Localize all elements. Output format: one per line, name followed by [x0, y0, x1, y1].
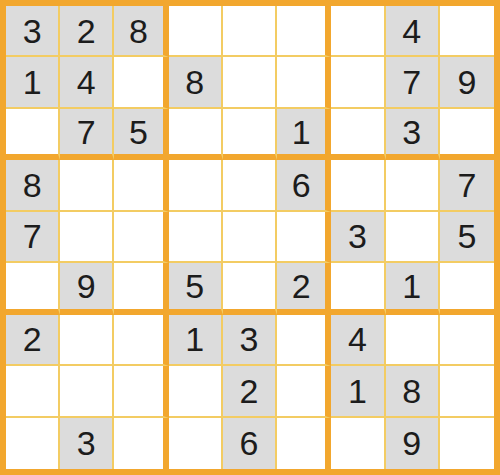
cell-r1c5[interactable]: [223, 6, 277, 57]
cell-r5c9[interactable]: 5: [440, 212, 494, 263]
cell-r4c9[interactable]: 7: [440, 160, 494, 211]
cell-r4c4[interactable]: [169, 160, 223, 211]
cell-value: 9: [457, 65, 476, 99]
cell-value: 4: [402, 14, 421, 48]
cell-r5c5[interactable]: [223, 212, 277, 263]
cell-value: 4: [77, 65, 96, 99]
cell-r7c6[interactable]: [277, 315, 331, 366]
cell-value: 8: [402, 374, 421, 408]
cell-value: 1: [292, 115, 311, 149]
cell-r6c2[interactable]: 9: [60, 263, 114, 314]
cell-r4c2[interactable]: [60, 160, 114, 211]
cell-r6c5[interactable]: [223, 263, 277, 314]
cell-r6c1[interactable]: [6, 263, 60, 314]
cell-r2c8[interactable]: 7: [386, 57, 440, 108]
cell-r9c9[interactable]: [440, 418, 494, 469]
cell-r6c7[interactable]: [331, 263, 385, 314]
cell-value: 2: [77, 14, 96, 48]
cell-r5c2[interactable]: [60, 212, 114, 263]
sudoku-board: 328414879751386773595212134218369: [0, 0, 500, 475]
cell-r8c7[interactable]: 1: [331, 366, 385, 417]
cell-r6c4[interactable]: 5: [169, 263, 223, 314]
cell-r8c9[interactable]: [440, 366, 494, 417]
cell-value: 6: [292, 168, 311, 202]
cell-r3c1[interactable]: [6, 109, 60, 160]
cell-r5c6[interactable]: [277, 212, 331, 263]
cell-r4c8[interactable]: [386, 160, 440, 211]
cell-r8c8[interactable]: 8: [386, 366, 440, 417]
cell-r2c4[interactable]: 8: [169, 57, 223, 108]
cell-r1c6[interactable]: [277, 6, 331, 57]
cell-r5c8[interactable]: [386, 212, 440, 263]
cell-r9c7[interactable]: [331, 418, 385, 469]
cell-r4c6[interactable]: 6: [277, 160, 331, 211]
cell-value: 3: [23, 14, 42, 48]
cell-value: 1: [23, 65, 42, 99]
cell-value: 1: [348, 374, 367, 408]
cell-value: 1: [185, 322, 204, 356]
cell-r1c2[interactable]: 2: [60, 6, 114, 57]
cell-r1c7[interactable]: [331, 6, 385, 57]
cell-r9c2[interactable]: 3: [60, 418, 114, 469]
cell-r8c5[interactable]: 2: [223, 366, 277, 417]
cell-r5c1[interactable]: 7: [6, 212, 60, 263]
cell-value: 8: [185, 65, 204, 99]
cell-r2c5[interactable]: [223, 57, 277, 108]
cell-r7c7[interactable]: 4: [331, 315, 385, 366]
cell-value: 8: [129, 14, 148, 48]
cell-value: 3: [348, 219, 367, 253]
cell-r9c5[interactable]: 6: [223, 418, 277, 469]
cell-r6c3[interactable]: [114, 263, 168, 314]
cell-r7c8[interactable]: [386, 315, 440, 366]
cell-r9c3[interactable]: [114, 418, 168, 469]
cell-r3c3[interactable]: 5: [114, 109, 168, 160]
cell-value: 8: [23, 168, 42, 202]
cell-r4c7[interactable]: [331, 160, 385, 211]
cell-value: 3: [402, 115, 421, 149]
cell-value: 6: [240, 426, 259, 460]
cell-r6c8[interactable]: 1: [386, 263, 440, 314]
cell-r3c2[interactable]: 7: [60, 109, 114, 160]
cell-value: 7: [23, 219, 42, 253]
cell-value: 1: [402, 269, 421, 303]
cell-r7c2[interactable]: [60, 315, 114, 366]
cell-value: 5: [185, 269, 204, 303]
cell-r7c3[interactable]: [114, 315, 168, 366]
cell-value: 5: [457, 219, 476, 253]
cell-value: 9: [77, 269, 96, 303]
cell-value: 2: [292, 269, 311, 303]
cell-r7c4[interactable]: 1: [169, 315, 223, 366]
cell-r5c7[interactable]: 3: [331, 212, 385, 263]
cell-r7c9[interactable]: [440, 315, 494, 366]
cell-r8c3[interactable]: [114, 366, 168, 417]
cell-value: 7: [457, 168, 476, 202]
cell-r9c6[interactable]: [277, 418, 331, 469]
cell-r3c4[interactable]: [169, 109, 223, 160]
cell-r3c8[interactable]: 3: [386, 109, 440, 160]
cell-r6c9[interactable]: [440, 263, 494, 314]
cell-r3c9[interactable]: [440, 109, 494, 160]
cell-value: 3: [77, 426, 96, 460]
cell-r2c3[interactable]: [114, 57, 168, 108]
cell-r4c5[interactable]: [223, 160, 277, 211]
cell-r8c6[interactable]: [277, 366, 331, 417]
cell-r3c7[interactable]: [331, 109, 385, 160]
cell-r5c4[interactable]: [169, 212, 223, 263]
cell-r9c1[interactable]: [6, 418, 60, 469]
cell-r4c1[interactable]: 8: [6, 160, 60, 211]
cell-r7c1[interactable]: 2: [6, 315, 60, 366]
cell-r3c5[interactable]: [223, 109, 277, 160]
cell-r2c1[interactable]: 1: [6, 57, 60, 108]
cell-r4c3[interactable]: [114, 160, 168, 211]
cell-r1c1[interactable]: 3: [6, 6, 60, 57]
cell-value: 5: [129, 115, 148, 149]
cell-value: 7: [77, 115, 96, 149]
cell-value: 4: [348, 322, 367, 356]
cell-r1c3[interactable]: 8: [114, 6, 168, 57]
cell-value: 7: [402, 65, 421, 99]
cell-value: 2: [240, 374, 259, 408]
cell-r7c5[interactable]: 3: [223, 315, 277, 366]
cell-r9c8[interactable]: 9: [386, 418, 440, 469]
cell-r8c1[interactable]: [6, 366, 60, 417]
cell-r6c6[interactable]: 2: [277, 263, 331, 314]
cell-r1c9[interactable]: [440, 6, 494, 57]
cell-r8c2[interactable]: [60, 366, 114, 417]
cell-r1c8[interactable]: 4: [386, 6, 440, 57]
cell-value: 9: [402, 426, 421, 460]
cell-r2c9[interactable]: 9: [440, 57, 494, 108]
cell-r2c7[interactable]: [331, 57, 385, 108]
cell-r5c3[interactable]: [114, 212, 168, 263]
cell-r2c2[interactable]: 4: [60, 57, 114, 108]
cell-r1c4[interactable]: [169, 6, 223, 57]
cell-r2c6[interactable]: [277, 57, 331, 108]
cell-r3c6[interactable]: 1: [277, 109, 331, 160]
cell-r9c4[interactable]: [169, 418, 223, 469]
cell-value: 2: [23, 322, 42, 356]
cell-r8c4[interactable]: [169, 366, 223, 417]
cell-value: 3: [240, 322, 259, 356]
